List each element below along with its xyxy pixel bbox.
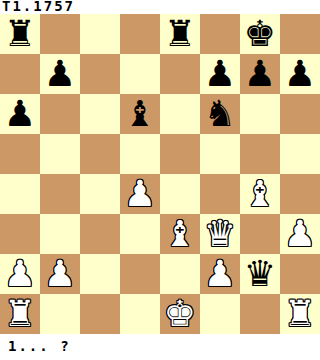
square-c1[interactable]	[80, 294, 120, 334]
square-d8[interactable]	[120, 14, 160, 54]
square-e1[interactable]: ♚	[160, 294, 200, 334]
piece-black-pawn[interactable]: ♟	[204, 54, 236, 94]
square-d6[interactable]: ♝	[120, 94, 160, 134]
chess-puzzle-page: T1.1757 ♜♜♚♟♟♟♟♟♝♞♟♝♝♛♟♟♟♟♛♜♚♜ 1... ?	[0, 0, 320, 360]
piece-black-rook[interactable]: ♜	[164, 14, 196, 54]
square-a8[interactable]: ♜	[0, 14, 40, 54]
piece-white-pawn[interactable]: ♟	[284, 214, 316, 254]
square-g4[interactable]: ♝	[240, 174, 280, 214]
square-b8[interactable]	[40, 14, 80, 54]
piece-black-king[interactable]: ♚	[244, 14, 276, 54]
square-b5[interactable]	[40, 134, 80, 174]
square-c6[interactable]	[80, 94, 120, 134]
square-a3[interactable]	[0, 214, 40, 254]
square-g8[interactable]: ♚	[240, 14, 280, 54]
square-d4[interactable]: ♟	[120, 174, 160, 214]
piece-black-pawn[interactable]: ♟	[284, 54, 316, 94]
square-g2[interactable]: ♛	[240, 254, 280, 294]
move-prompt: 1... ?	[0, 334, 320, 355]
square-f3[interactable]: ♛	[200, 214, 240, 254]
square-h4[interactable]	[280, 174, 320, 214]
square-c7[interactable]	[80, 54, 120, 94]
square-h3[interactable]: ♟	[280, 214, 320, 254]
square-c4[interactable]	[80, 174, 120, 214]
piece-white-pawn[interactable]: ♟	[204, 254, 236, 294]
square-d2[interactable]	[120, 254, 160, 294]
square-g3[interactable]	[240, 214, 280, 254]
square-h5[interactable]	[280, 134, 320, 174]
square-f1[interactable]	[200, 294, 240, 334]
square-b6[interactable]	[40, 94, 80, 134]
square-g5[interactable]	[240, 134, 280, 174]
square-h8[interactable]	[280, 14, 320, 54]
piece-white-king[interactable]: ♚	[164, 294, 196, 334]
piece-white-rook[interactable]: ♜	[4, 294, 36, 334]
square-f5[interactable]	[200, 134, 240, 174]
square-a5[interactable]	[0, 134, 40, 174]
puzzle-id: T1.1757	[0, 0, 320, 14]
square-h2[interactable]	[280, 254, 320, 294]
square-g6[interactable]	[240, 94, 280, 134]
piece-black-queen[interactable]: ♛	[244, 254, 276, 294]
square-f7[interactable]: ♟	[200, 54, 240, 94]
square-g7[interactable]: ♟	[240, 54, 280, 94]
square-d5[interactable]	[120, 134, 160, 174]
square-a2[interactable]: ♟	[0, 254, 40, 294]
square-e4[interactable]	[160, 174, 200, 214]
square-b7[interactable]: ♟	[40, 54, 80, 94]
square-c8[interactable]	[80, 14, 120, 54]
square-f4[interactable]	[200, 174, 240, 214]
piece-white-bishop[interactable]: ♝	[164, 214, 196, 254]
square-e8[interactable]: ♜	[160, 14, 200, 54]
piece-black-rook[interactable]: ♜	[4, 14, 36, 54]
square-b2[interactable]: ♟	[40, 254, 80, 294]
square-b3[interactable]	[40, 214, 80, 254]
piece-black-pawn[interactable]: ♟	[44, 54, 76, 94]
piece-white-queen[interactable]: ♛	[204, 214, 236, 254]
square-b4[interactable]	[40, 174, 80, 214]
square-a4[interactable]	[0, 174, 40, 214]
square-h1[interactable]: ♜	[280, 294, 320, 334]
square-e7[interactable]	[160, 54, 200, 94]
square-h7[interactable]: ♟	[280, 54, 320, 94]
chess-board: ♜♜♚♟♟♟♟♟♝♞♟♝♝♛♟♟♟♟♛♜♚♜	[0, 14, 320, 334]
square-c3[interactable]	[80, 214, 120, 254]
square-e5[interactable]	[160, 134, 200, 174]
piece-black-bishop[interactable]: ♝	[124, 94, 156, 134]
piece-black-pawn[interactable]: ♟	[4, 94, 36, 134]
piece-white-pawn[interactable]: ♟	[4, 254, 36, 294]
square-a6[interactable]: ♟	[0, 94, 40, 134]
square-a7[interactable]	[0, 54, 40, 94]
piece-white-pawn[interactable]: ♟	[44, 254, 76, 294]
square-d1[interactable]	[120, 294, 160, 334]
square-f2[interactable]: ♟	[200, 254, 240, 294]
square-c5[interactable]	[80, 134, 120, 174]
square-f8[interactable]	[200, 14, 240, 54]
square-e3[interactable]: ♝	[160, 214, 200, 254]
square-f6[interactable]: ♞	[200, 94, 240, 134]
piece-white-rook[interactable]: ♜	[284, 294, 316, 334]
piece-black-knight[interactable]: ♞	[204, 94, 236, 134]
square-g1[interactable]	[240, 294, 280, 334]
piece-black-pawn[interactable]: ♟	[244, 54, 276, 94]
square-h6[interactable]	[280, 94, 320, 134]
square-a1[interactable]: ♜	[0, 294, 40, 334]
square-c2[interactable]	[80, 254, 120, 294]
square-e2[interactable]	[160, 254, 200, 294]
square-b1[interactable]	[40, 294, 80, 334]
square-e6[interactable]	[160, 94, 200, 134]
piece-white-bishop[interactable]: ♝	[244, 174, 276, 214]
square-d7[interactable]	[120, 54, 160, 94]
square-d3[interactable]	[120, 214, 160, 254]
piece-white-pawn[interactable]: ♟	[124, 174, 156, 214]
